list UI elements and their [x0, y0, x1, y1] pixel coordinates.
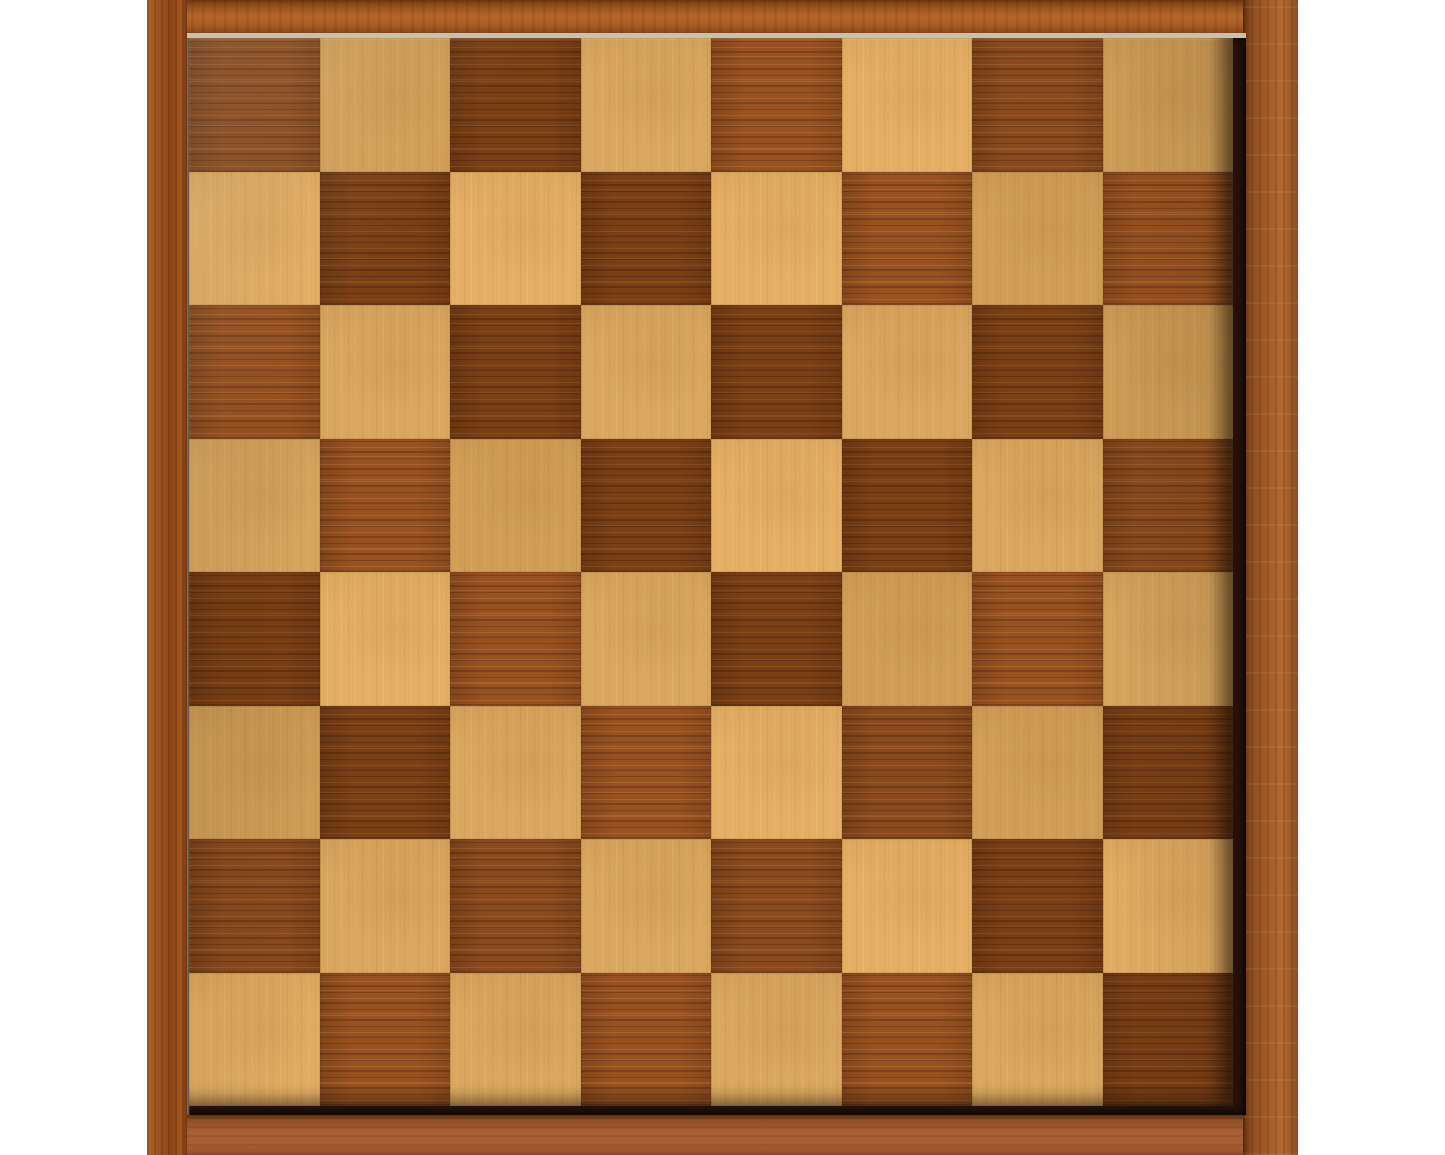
square-r6c4	[581, 706, 712, 840]
square-r4c6	[842, 439, 973, 573]
square-r8c6	[842, 973, 973, 1107]
square-r8c5	[711, 973, 842, 1107]
square-r3c2	[320, 305, 451, 439]
square-r7c3	[450, 839, 581, 973]
square-r2c8	[1103, 172, 1234, 306]
chessboard-photo	[147, 0, 1298, 1155]
square-r2c5	[711, 172, 842, 306]
square-r1c1	[189, 38, 320, 172]
square-r7c8	[1103, 839, 1234, 973]
square-r1c6	[842, 38, 973, 172]
square-r7c4	[581, 839, 712, 973]
square-r3c6	[842, 305, 973, 439]
square-r8c7	[972, 973, 1103, 1107]
square-r7c6	[842, 839, 973, 973]
square-r1c2	[320, 38, 451, 172]
square-r7c7	[972, 839, 1103, 973]
square-r2c3	[450, 172, 581, 306]
square-r8c4	[581, 973, 712, 1107]
square-r2c2	[320, 172, 451, 306]
square-r4c5	[711, 439, 842, 573]
square-r3c5	[711, 305, 842, 439]
square-r5c5	[711, 572, 842, 706]
square-r3c7	[972, 305, 1103, 439]
square-r6c2	[320, 706, 451, 840]
square-r2c4	[581, 172, 712, 306]
square-r5c7	[972, 572, 1103, 706]
square-r4c1	[189, 439, 320, 573]
square-r3c3	[450, 305, 581, 439]
square-r5c6	[842, 572, 973, 706]
square-r2c6	[842, 172, 973, 306]
chessboard	[189, 38, 1233, 1106]
square-r8c1	[189, 973, 320, 1107]
square-r3c1	[189, 305, 320, 439]
square-r4c7	[972, 439, 1103, 573]
square-r6c5	[711, 706, 842, 840]
frame-left-rail	[147, 0, 187, 1155]
square-r4c8	[1103, 439, 1234, 573]
square-r7c1	[189, 839, 320, 973]
square-r1c4	[581, 38, 712, 172]
square-r2c1	[189, 172, 320, 306]
square-r1c5	[711, 38, 842, 172]
square-r5c3	[450, 572, 581, 706]
square-r4c4	[581, 439, 712, 573]
board-well	[187, 33, 1246, 1115]
square-r6c1	[189, 706, 320, 840]
square-r2c7	[972, 172, 1103, 306]
square-r3c4	[581, 305, 712, 439]
square-r4c3	[450, 439, 581, 573]
frame-bottom-rail	[147, 1115, 1298, 1155]
frame-right-rail	[1243, 0, 1298, 1155]
square-r6c7	[972, 706, 1103, 840]
square-r5c8	[1103, 572, 1234, 706]
square-r5c1	[189, 572, 320, 706]
square-r6c6	[842, 706, 973, 840]
photo-background	[0, 0, 1445, 1155]
square-r8c2	[320, 973, 451, 1107]
square-r1c8	[1103, 38, 1234, 172]
frame-top-rail	[147, 0, 1298, 33]
square-r5c2	[320, 572, 451, 706]
square-r6c8	[1103, 706, 1234, 840]
square-r1c7	[972, 38, 1103, 172]
square-r4c2	[320, 439, 451, 573]
square-r8c3	[450, 973, 581, 1107]
square-r7c5	[711, 839, 842, 973]
square-r6c3	[450, 706, 581, 840]
square-r3c8	[1103, 305, 1234, 439]
square-r1c3	[450, 38, 581, 172]
square-r5c4	[581, 572, 712, 706]
square-r7c2	[320, 839, 451, 973]
square-r8c8	[1103, 973, 1234, 1107]
